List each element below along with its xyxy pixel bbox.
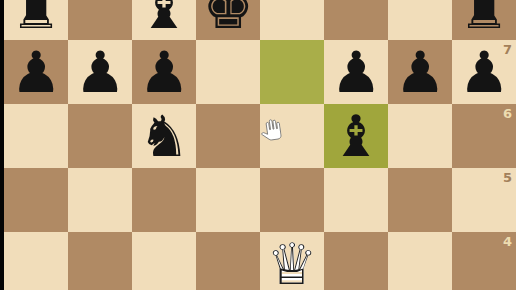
black-rook[interactable]: ♜: [4, 0, 68, 40]
black-pawn[interactable]: ♟: [68, 40, 132, 104]
square-d8[interactable]: ♚: [196, 0, 260, 40]
chess-board: ♜♝♚♜♟♟♟♟♟♟♞♝♛♕: [4, 0, 516, 290]
square-c4[interactable]: [132, 232, 196, 290]
square-e7[interactable]: [260, 40, 324, 104]
white-queen[interactable]: ♛♕: [260, 232, 324, 290]
square-c7[interactable]: ♟: [132, 40, 196, 104]
square-g4[interactable]: [388, 232, 452, 290]
square-c5[interactable]: [132, 168, 196, 232]
black-bishop[interactable]: ♝: [132, 0, 196, 40]
black-king[interactable]: ♚: [196, 0, 260, 40]
square-d5[interactable]: [196, 168, 260, 232]
square-b5[interactable]: [68, 168, 132, 232]
square-f8[interactable]: [324, 0, 388, 40]
square-e5[interactable]: [260, 168, 324, 232]
square-e4[interactable]: ♛♕: [260, 232, 324, 290]
black-bishop[interactable]: ♝: [324, 104, 388, 168]
square-a8[interactable]: ♜: [4, 0, 68, 40]
square-a5[interactable]: [4, 168, 68, 232]
hand-cursor-icon: [258, 115, 283, 145]
black-pawn[interactable]: ♟: [4, 40, 68, 104]
black-knight[interactable]: ♞: [132, 104, 196, 168]
square-c6[interactable]: ♞: [132, 104, 196, 168]
square-a6[interactable]: [4, 104, 68, 168]
square-h8[interactable]: ♜: [452, 0, 516, 40]
rank-label-7: 7: [503, 43, 512, 56]
square-f5[interactable]: [324, 168, 388, 232]
rank-label-4: 4: [503, 235, 512, 248]
square-c8[interactable]: ♝: [132, 0, 196, 40]
black-pawn[interactable]: ♟: [132, 40, 196, 104]
square-d4[interactable]: [196, 232, 260, 290]
rank-label-5: 5: [503, 171, 512, 184]
square-d7[interactable]: [196, 40, 260, 104]
black-pawn[interactable]: ♟: [324, 40, 388, 104]
square-d6[interactable]: [196, 104, 260, 168]
white-queen-outline: ♕: [260, 232, 324, 290]
square-b4[interactable]: [68, 232, 132, 290]
square-b8[interactable]: [68, 0, 132, 40]
chessboard-screenshot: ♜♝♚♜♟♟♟♟♟♟♞♝♛♕ 7654: [0, 0, 516, 290]
square-b7[interactable]: ♟: [68, 40, 132, 104]
square-g5[interactable]: [388, 168, 452, 232]
square-g8[interactable]: [388, 0, 452, 40]
black-pawn[interactable]: ♟: [388, 40, 452, 104]
square-g7[interactable]: ♟: [388, 40, 452, 104]
square-a7[interactable]: ♟: [4, 40, 68, 104]
square-f7[interactable]: ♟: [324, 40, 388, 104]
square-g6[interactable]: [388, 104, 452, 168]
square-f4[interactable]: [324, 232, 388, 290]
black-rook[interactable]: ♜: [452, 0, 516, 40]
square-a4[interactable]: [4, 232, 68, 290]
square-b6[interactable]: [68, 104, 132, 168]
square-e8[interactable]: [260, 0, 324, 40]
rank-label-6: 6: [503, 107, 512, 120]
square-f6[interactable]: ♝: [324, 104, 388, 168]
